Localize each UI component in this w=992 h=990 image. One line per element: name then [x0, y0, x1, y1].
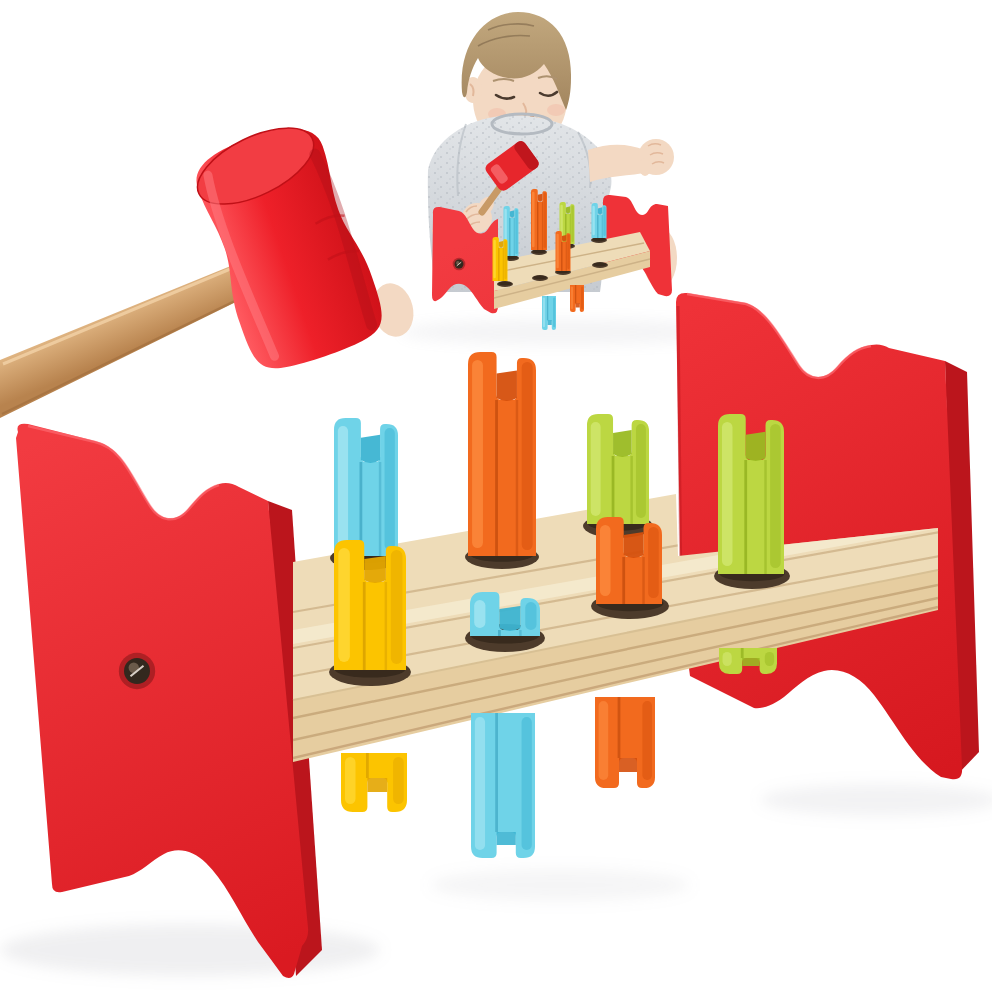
- shadow-right-panel: [760, 784, 992, 816]
- shadow-center: [430, 869, 690, 901]
- peg-hole: [592, 262, 608, 268]
- shadow-left-panel: [0, 924, 380, 976]
- product-photo: Wooden pounding bench toy with red malle…: [0, 0, 992, 990]
- peg-hole: [532, 275, 548, 281]
- peg-back-orange: [468, 352, 536, 556]
- panel-screw: [119, 653, 155, 689]
- mini-peg-orange-1: [531, 189, 547, 250]
- mini-peg-hang-blue-0: [542, 296, 556, 330]
- peg-hole: [497, 281, 513, 287]
- screw: [119, 653, 155, 689]
- screw: [453, 258, 466, 271]
- mini-screw: [453, 258, 466, 271]
- mini-peg-blue-3: [592, 203, 607, 238]
- mini-peg-yellow-4: [493, 237, 508, 281]
- peg-back-blue: [334, 418, 398, 556]
- baby-thumb2: [639, 158, 651, 176]
- pounding-bench-photo: Wooden pounding bench toy with red malle…: [0, 0, 992, 990]
- mini-peg-orange-5: [556, 231, 571, 271]
- peg-front-yellow: [334, 540, 406, 670]
- baby-cheek: [547, 104, 565, 116]
- peg-front-blue-hanging: [471, 713, 535, 858]
- peg-front-green: [718, 414, 784, 574]
